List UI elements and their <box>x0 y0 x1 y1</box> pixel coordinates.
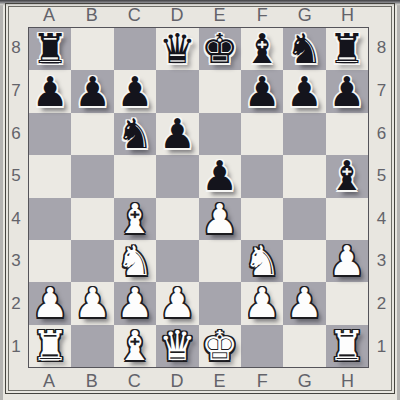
square-h3: ♟ <box>326 240 368 282</box>
file-label-top-B: B <box>71 3 114 27</box>
square-e8: ♚ <box>199 28 241 70</box>
white-pawn-e4: ♟ <box>201 198 238 240</box>
black-pawn-f7: ♟ <box>244 71 281 113</box>
file-label-bottom-F: F <box>241 369 284 394</box>
rank-label-left-3: 3 <box>5 240 27 283</box>
file-label-bottom-D: D <box>156 369 199 394</box>
black-bishop-h5: ♝ <box>328 155 365 197</box>
square-f7: ♟ <box>241 70 283 112</box>
black-pawn-h7: ♟ <box>328 71 365 113</box>
square-b6 <box>71 113 113 155</box>
black-knight-g8: ♞ <box>286 28 323 70</box>
rank-label-left-7: 7 <box>5 70 27 113</box>
square-h6 <box>326 113 368 155</box>
square-d8: ♛ <box>156 28 198 70</box>
rank-label-right-1: 1 <box>369 325 394 368</box>
white-knight-c3: ♞ <box>117 240 154 282</box>
square-c5 <box>114 155 156 197</box>
black-queen-d8: ♛ <box>159 28 196 70</box>
square-g2: ♟ <box>283 282 325 324</box>
file-label-top-G: G <box>284 3 327 27</box>
square-f8: ♝ <box>241 28 283 70</box>
square-e7 <box>199 70 241 112</box>
square-g3 <box>283 240 325 282</box>
square-b2: ♟ <box>71 282 113 324</box>
square-h7: ♟ <box>326 70 368 112</box>
square-c2: ♟ <box>114 282 156 324</box>
square-g5 <box>283 155 325 197</box>
square-h8: ♜ <box>326 28 368 70</box>
black-knight-c6: ♞ <box>117 113 154 155</box>
black-pawn-b7: ♟ <box>74 71 111 113</box>
black-pawn-d6: ♟ <box>159 113 196 155</box>
square-h5: ♝ <box>326 155 368 197</box>
black-rook-a8: ♜ <box>32 28 69 70</box>
square-c3: ♞ <box>114 240 156 282</box>
file-label-bottom-A: A <box>28 369 71 394</box>
rank-label-left-5: 5 <box>5 155 27 198</box>
square-b4 <box>71 198 113 240</box>
white-pawn-a2: ♟ <box>32 282 69 324</box>
square-e4: ♟ <box>199 198 241 240</box>
black-pawn-g7: ♟ <box>286 71 323 113</box>
square-a5 <box>29 155 71 197</box>
square-e1: ♚ <box>199 325 241 367</box>
white-pawn-c2: ♟ <box>117 282 154 324</box>
white-rook-h1: ♜ <box>328 325 365 367</box>
square-c1: ♝ <box>114 325 156 367</box>
black-pawn-a7: ♟ <box>32 71 69 113</box>
square-a8: ♜ <box>29 28 71 70</box>
square-e2 <box>199 282 241 324</box>
file-label-bottom-G: G <box>284 369 327 394</box>
file-labels-top: ABCDEFGH <box>28 3 369 27</box>
square-g8: ♞ <box>283 28 325 70</box>
square-d1: ♛ <box>156 325 198 367</box>
white-pawn-g2: ♟ <box>286 282 323 324</box>
square-f5 <box>241 155 283 197</box>
square-b8 <box>71 28 113 70</box>
white-pawn-h3: ♟ <box>328 240 365 282</box>
file-label-top-C: C <box>113 3 156 27</box>
square-c6: ♞ <box>114 113 156 155</box>
white-knight-f3: ♞ <box>244 240 281 282</box>
rank-label-left-1: 1 <box>5 325 27 368</box>
rank-label-left-8: 8 <box>5 27 27 70</box>
square-a1: ♜ <box>29 325 71 367</box>
square-e5: ♟ <box>199 155 241 197</box>
file-label-top-H: H <box>326 3 369 27</box>
square-g4 <box>283 198 325 240</box>
board-grid: ♜♛♚♝♞♜♟♟♟♟♟♟♞♟♟♝♝♟♞♞♟♟♟♟♟♟♟♜♝♛♚♜ <box>28 27 369 368</box>
black-pawn-c7: ♟ <box>117 71 154 113</box>
black-bishop-f8: ♝ <box>244 28 281 70</box>
square-d3 <box>156 240 198 282</box>
white-rook-a1: ♜ <box>32 325 69 367</box>
square-c8 <box>114 28 156 70</box>
square-g1 <box>283 325 325 367</box>
file-label-bottom-C: C <box>113 369 156 394</box>
rank-label-right-2: 2 <box>369 283 394 326</box>
square-b3 <box>71 240 113 282</box>
square-h2 <box>326 282 368 324</box>
square-b7: ♟ <box>71 70 113 112</box>
file-label-top-D: D <box>156 3 199 27</box>
white-pawn-d2: ♟ <box>159 282 196 324</box>
rank-labels-right: 87654321 <box>369 27 394 368</box>
square-d5 <box>156 155 198 197</box>
white-bishop-c1: ♝ <box>117 325 154 367</box>
file-label-bottom-E: E <box>199 369 242 394</box>
square-b5 <box>71 155 113 197</box>
square-a6 <box>29 113 71 155</box>
square-c4: ♝ <box>114 198 156 240</box>
rank-label-right-8: 8 <box>369 27 394 70</box>
black-king-e8: ♚ <box>201 28 238 70</box>
file-label-top-E: E <box>199 3 242 27</box>
rank-label-right-6: 6 <box>369 112 394 155</box>
rank-label-right-7: 7 <box>369 70 394 113</box>
square-h1: ♜ <box>326 325 368 367</box>
black-rook-h8: ♜ <box>328 28 365 70</box>
square-d6: ♟ <box>156 113 198 155</box>
file-label-bottom-B: B <box>71 369 114 394</box>
white-king-e1: ♚ <box>201 325 238 367</box>
square-a2: ♟ <box>29 282 71 324</box>
square-c7: ♟ <box>114 70 156 112</box>
rank-label-left-2: 2 <box>5 283 27 326</box>
white-bishop-c4: ♝ <box>117 198 154 240</box>
file-label-top-A: A <box>28 3 71 27</box>
square-e3 <box>199 240 241 282</box>
white-pawn-f2: ♟ <box>244 282 281 324</box>
black-pawn-e5: ♟ <box>201 155 238 197</box>
square-g7: ♟ <box>283 70 325 112</box>
chess-demo-board: ABCDEFGH ABCDEFGH 87654321 87654321 ♜♛♚♝… <box>0 0 400 400</box>
file-labels-bottom: ABCDEFGH <box>28 369 369 394</box>
square-a3 <box>29 240 71 282</box>
rank-labels-left: 87654321 <box>5 27 27 368</box>
square-h4 <box>326 198 368 240</box>
square-e6 <box>199 113 241 155</box>
square-f2: ♟ <box>241 282 283 324</box>
square-g6 <box>283 113 325 155</box>
file-label-bottom-H: H <box>326 369 369 394</box>
rank-label-right-5: 5 <box>369 155 394 198</box>
square-d7 <box>156 70 198 112</box>
square-a7: ♟ <box>29 70 71 112</box>
square-b1 <box>71 325 113 367</box>
rank-label-left-6: 6 <box>5 112 27 155</box>
white-queen-d1: ♛ <box>159 325 196 367</box>
square-a4 <box>29 198 71 240</box>
square-d2: ♟ <box>156 282 198 324</box>
white-pawn-b2: ♟ <box>74 282 111 324</box>
square-d4 <box>156 198 198 240</box>
rank-label-right-4: 4 <box>369 198 394 241</box>
rank-label-left-4: 4 <box>5 198 27 241</box>
square-f6 <box>241 113 283 155</box>
square-f1 <box>241 325 283 367</box>
square-f3: ♞ <box>241 240 283 282</box>
square-f4 <box>241 198 283 240</box>
rank-label-right-3: 3 <box>369 240 394 283</box>
file-label-top-F: F <box>241 3 284 27</box>
